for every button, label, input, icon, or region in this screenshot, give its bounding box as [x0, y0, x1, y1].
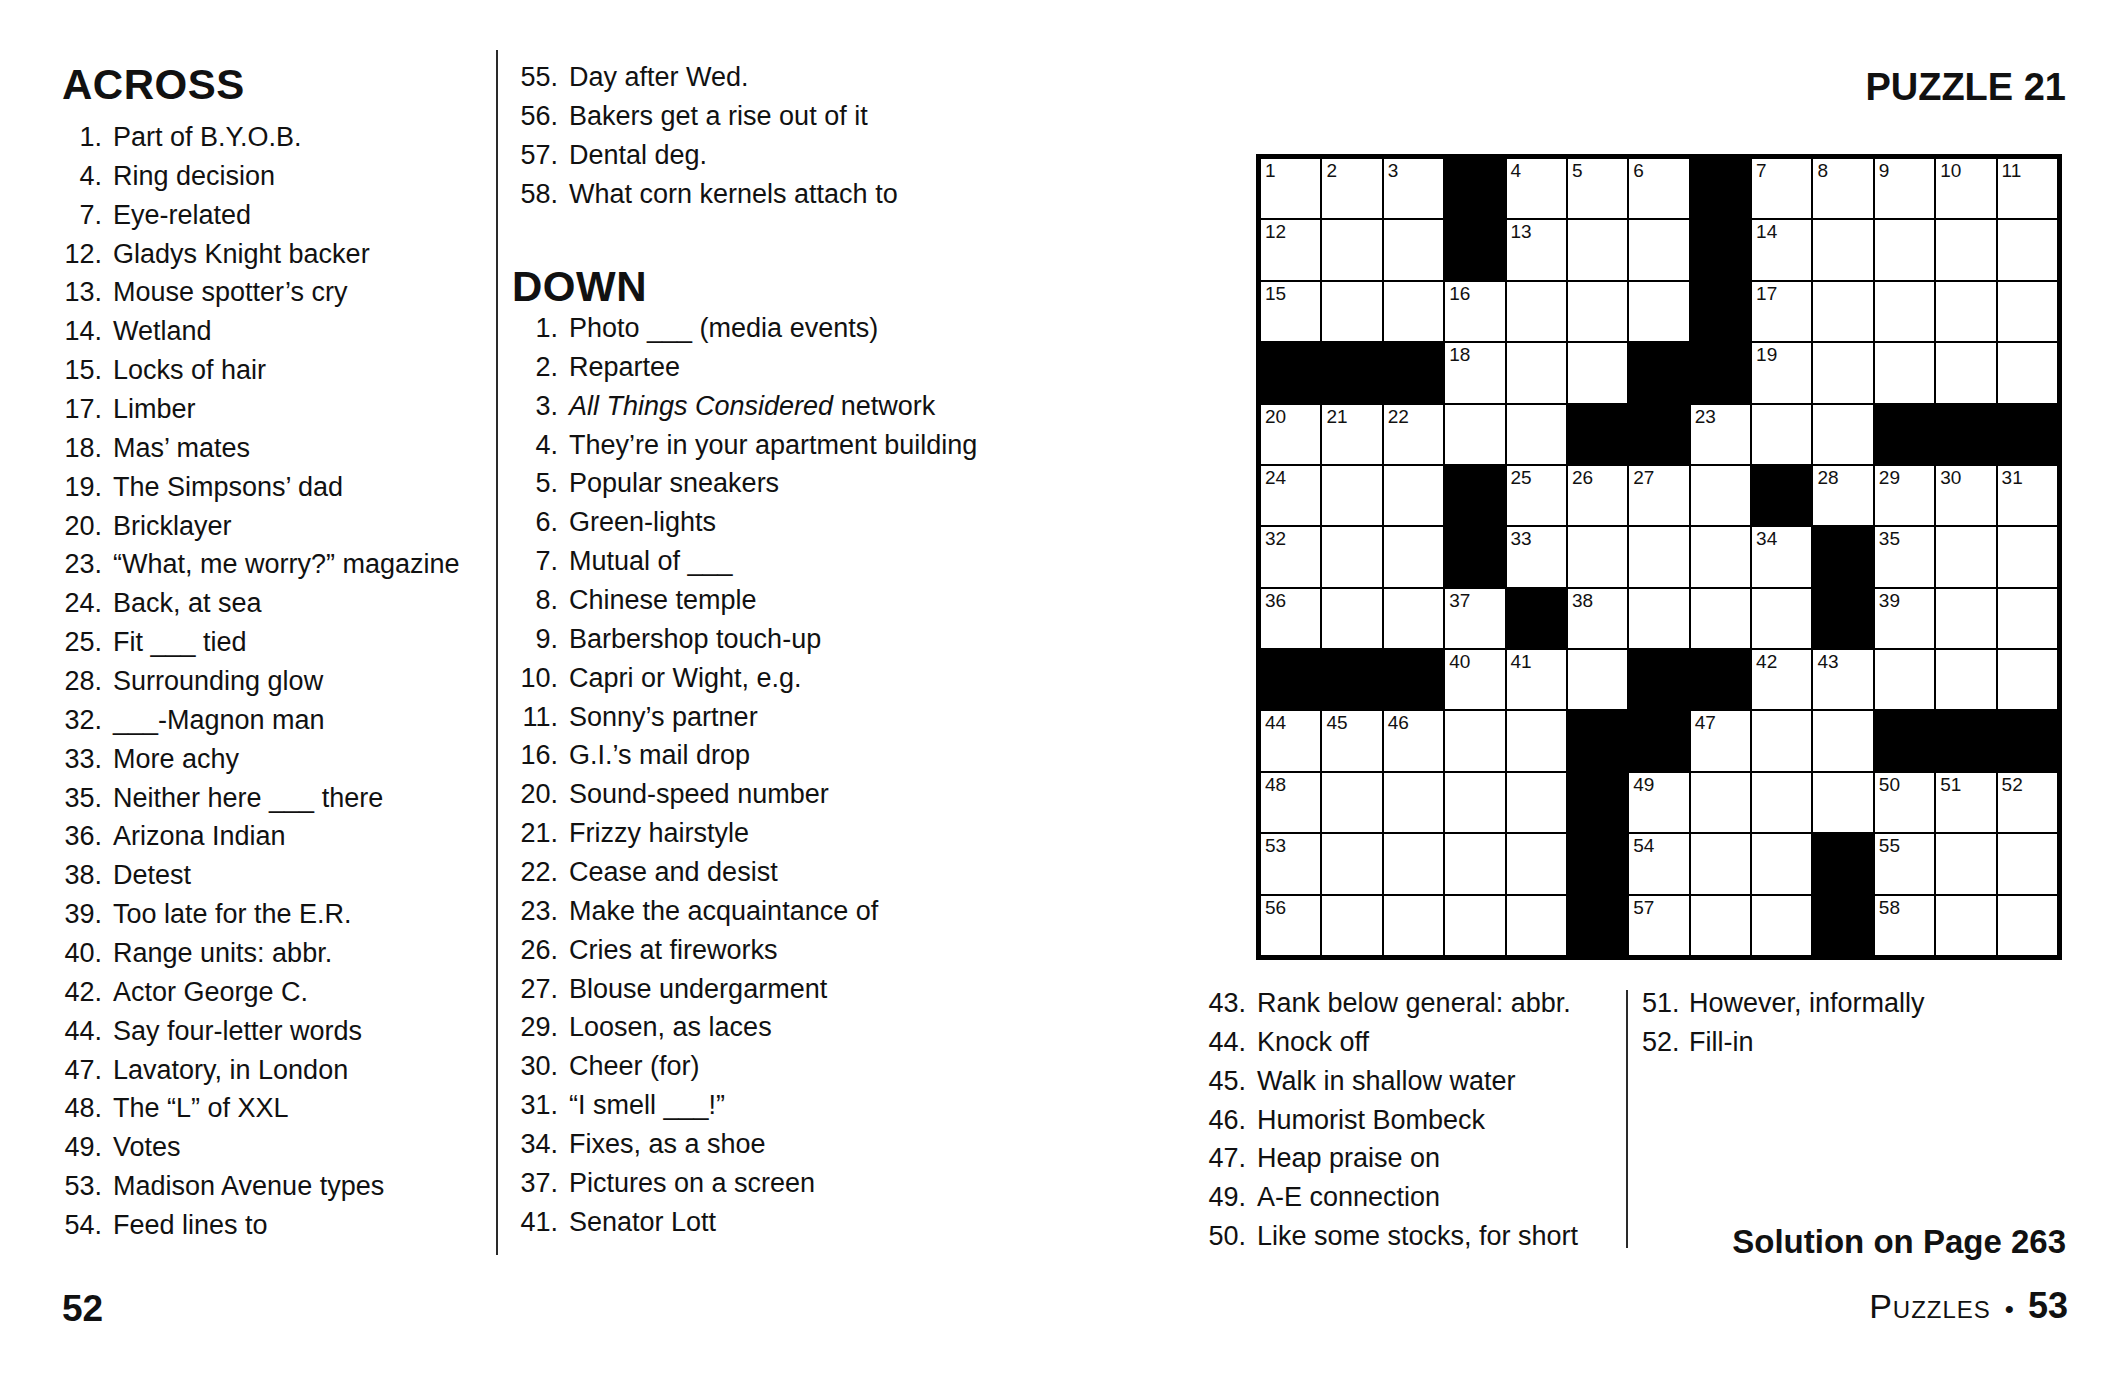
grid-cell-r4c10[interactable] [1812, 342, 1873, 403]
black-cell-r12c10 [1812, 833, 1873, 894]
clue-text: Walk in shallow water [1257, 1062, 1516, 1101]
clue-text: Back, at sea [113, 584, 262, 623]
grid-cell-r10c1[interactable]: 44 [1260, 710, 1321, 771]
grid-cell-r8c11[interactable]: 39 [1874, 588, 1935, 649]
grid-cell-r4c4[interactable]: 18 [1444, 342, 1505, 403]
down-clue-43: 43.Rank below general: abbr. [1200, 984, 1578, 1023]
grid-cell-r3c2[interactable] [1321, 281, 1382, 342]
grid-cell-r6c13[interactable]: 31 [1997, 465, 2058, 526]
grid-cell-r3c12[interactable] [1935, 281, 1996, 342]
down-clue-8: 8.Chinese temple [512, 581, 977, 620]
grid-cell-r13c13[interactable] [1997, 895, 2058, 956]
clue-number: 1. [512, 309, 558, 348]
clue-number: 21. [512, 814, 558, 853]
grid-cell-r7c12[interactable] [1935, 526, 1996, 587]
clue-text: Senator Lott [569, 1203, 716, 1242]
clue-number: 39. [56, 895, 102, 934]
down-clue-37: 37.Pictures on a screen [512, 1164, 977, 1203]
cell-number-38: 38 [1572, 590, 1593, 612]
grid-cell-r5c8[interactable]: 23 [1690, 404, 1751, 465]
grid-cell-r6c8[interactable] [1690, 465, 1751, 526]
grid-cell-r9c12[interactable] [1935, 649, 1996, 710]
grid-cell-r2c13[interactable] [1997, 219, 2058, 280]
grid-cell-r3c5[interactable] [1506, 281, 1567, 342]
grid-cell-r8c9[interactable] [1751, 588, 1812, 649]
grid-cell-r7c9[interactable]: 34 [1751, 526, 1812, 587]
grid-cell-r1c5[interactable]: 4 [1506, 158, 1567, 219]
grid-cell-r3c6[interactable] [1567, 281, 1628, 342]
grid-cell-r1c6[interactable]: 5 [1567, 158, 1628, 219]
grid-cell-r12c11[interactable]: 55 [1874, 833, 1935, 894]
down-clue-31: 31.“I smell ___!” [512, 1086, 977, 1125]
black-cell-r13c6 [1567, 895, 1628, 956]
clue-number: 6. [512, 503, 558, 542]
clue-number: 4. [56, 157, 102, 196]
clue-text: G.I.’s mail drop [569, 736, 750, 775]
across-clue-17: 17.Limber [56, 390, 460, 429]
clue-text: Rank below general: abbr. [1257, 984, 1571, 1023]
grid-cell-r10c8[interactable]: 47 [1690, 710, 1751, 771]
clue-text: Locks of hair [113, 351, 266, 390]
across-clue-38: 38.Detest [56, 856, 460, 895]
clue-number: 49. [1200, 1178, 1246, 1217]
grid-cell-r12c12[interactable] [1935, 833, 1996, 894]
cell-number-49: 49 [1633, 774, 1654, 796]
grid-cell-r3c11[interactable] [1874, 281, 1935, 342]
grid-cell-r7c3[interactable] [1383, 526, 1444, 587]
clue-text: Frizzy hairstyle [569, 814, 749, 853]
clue-number: 33. [56, 740, 102, 779]
cell-number-28: 28 [1817, 467, 1838, 489]
grid-cell-r6c12[interactable]: 30 [1935, 465, 1996, 526]
grid-cell-r7c7[interactable] [1628, 526, 1689, 587]
across-clue-47: 47.Lavatory, in London [56, 1051, 460, 1090]
grid-cell-r11c4[interactable] [1444, 772, 1505, 833]
grid-cell-r5c1[interactable]: 20 [1260, 404, 1321, 465]
clue-text: Barbershop touch-up [569, 620, 821, 659]
clue-text: Neither here ___ there [113, 779, 383, 818]
black-cell-r7c10 [1812, 526, 1873, 587]
grid-cell-r6c11[interactable]: 29 [1874, 465, 1935, 526]
clue-number: 35. [56, 779, 102, 818]
clue-number: 15. [56, 351, 102, 390]
down-clue-23: 23.Make the acquaintance of [512, 892, 977, 931]
puzzle-title: PUZZLE 21 [1865, 68, 2066, 106]
grid-cell-r11c5[interactable] [1506, 772, 1567, 833]
grid-cell-r11c11[interactable]: 50 [1874, 772, 1935, 833]
cell-number-30: 30 [1940, 467, 1961, 489]
grid-cell-r8c4[interactable]: 37 [1444, 588, 1505, 649]
clue-number: 3. [512, 387, 558, 426]
cell-number-6: 6 [1633, 160, 1644, 182]
black-cell-r5c13 [1997, 404, 2058, 465]
grid-cell-r8c13[interactable] [1997, 588, 2058, 649]
clue-number: 37. [512, 1164, 558, 1203]
grid-cell-r5c4[interactable] [1444, 404, 1505, 465]
grid-cell-r11c13[interactable]: 52 [1997, 772, 2058, 833]
grid-cell-r11c9[interactable] [1751, 772, 1812, 833]
cell-number-9: 9 [1879, 160, 1890, 182]
cell-number-12: 12 [1265, 221, 1286, 243]
across-clue-32: 32.___-Magnon man [56, 701, 460, 740]
black-cell-r10c13 [1997, 710, 2058, 771]
black-cell-r5c6 [1567, 404, 1628, 465]
clue-number: 13. [56, 273, 102, 312]
grid-cell-r8c1[interactable]: 36 [1260, 588, 1321, 649]
clue-number: 8. [512, 581, 558, 620]
cell-number-36: 36 [1265, 590, 1286, 612]
clue-number: 43. [1200, 984, 1246, 1023]
grid-cell-r2c1[interactable]: 12 [1260, 219, 1321, 280]
grid-cell-r8c12[interactable] [1935, 588, 1996, 649]
cell-number-40: 40 [1449, 651, 1470, 673]
down-clue-5: 5.Popular sneakers [512, 464, 977, 503]
grid-cell-r12c3[interactable] [1383, 833, 1444, 894]
across-clue-15: 15.Locks of hair [56, 351, 460, 390]
black-cell-r8c5 [1506, 588, 1567, 649]
clue-number: 40. [56, 934, 102, 973]
across-clue-14: 14.Wetland [56, 312, 460, 351]
across-clue-13: 13.Mouse spotter’s cry [56, 273, 460, 312]
grid-cell-r8c6[interactable]: 38 [1567, 588, 1628, 649]
clue-number: 1. [56, 118, 102, 157]
cell-number-54: 54 [1633, 835, 1654, 857]
grid-cell-r10c4[interactable] [1444, 710, 1505, 771]
clue-number: 27. [512, 970, 558, 1009]
clue-number: 32. [56, 701, 102, 740]
down-clue-21: 21.Frizzy hairstyle [512, 814, 977, 853]
grid-cell-r10c9[interactable] [1751, 710, 1812, 771]
across-clue-56: 56.Bakers get a rise out of it [512, 97, 898, 136]
grid-cell-r5c5[interactable] [1506, 404, 1567, 465]
grid-cell-r5c2[interactable]: 21 [1321, 404, 1382, 465]
clue-text: A-E connection [1257, 1178, 1440, 1217]
grid-cell-r9c10[interactable]: 43 [1812, 649, 1873, 710]
clue-text: Limber [113, 390, 196, 429]
black-cell-r9c7 [1628, 649, 1689, 710]
clue-number: 47. [1200, 1139, 1246, 1178]
clue-text: Part of B.Y.O.B. [113, 118, 302, 157]
clue-number: 56. [512, 97, 558, 136]
grid-cell-r13c11[interactable]: 58 [1874, 895, 1935, 956]
clue-number: 5. [512, 464, 558, 503]
cell-number-47: 47 [1695, 712, 1716, 734]
black-cell-r2c4 [1444, 219, 1505, 280]
down-clue-49: 49.A-E connection [1200, 1178, 1578, 1217]
grid-cell-r2c11[interactable] [1874, 219, 1935, 280]
grid-cell-r5c9[interactable] [1751, 404, 1812, 465]
clue-text: Mutual of ___ [569, 542, 733, 581]
grid-cell-r6c6[interactable]: 26 [1567, 465, 1628, 526]
grid-cell-r9c11[interactable] [1874, 649, 1935, 710]
black-cell-r4c2 [1321, 342, 1382, 403]
black-cell-r9c8 [1690, 649, 1751, 710]
down-clue-6: 6.Green-lights [512, 503, 977, 542]
grid-cell-r1c11[interactable]: 9 [1874, 158, 1935, 219]
black-cell-r6c4 [1444, 465, 1505, 526]
grid-cell-r3c4[interactable]: 16 [1444, 281, 1505, 342]
down-clue-47: 47.Heap praise on [1200, 1139, 1578, 1178]
clue-text: Like some stocks, for short [1257, 1217, 1578, 1256]
grid-cell-r2c12[interactable] [1935, 219, 1996, 280]
grid-cell-r6c10[interactable]: 28 [1812, 465, 1873, 526]
grid-cell-r12c4[interactable] [1444, 833, 1505, 894]
grid-cell-r11c1[interactable]: 48 [1260, 772, 1321, 833]
down-clue-list-bottom-right: 51.However, informally52.Fill-in [1642, 984, 1925, 1062]
clue-number: 44. [56, 1012, 102, 1051]
grid-cell-r7c13[interactable] [1997, 526, 2058, 587]
grid-cell-r3c13[interactable] [1997, 281, 2058, 342]
across-clue-18: 18.Mas’ mates [56, 429, 460, 468]
clue-number: 12. [56, 235, 102, 274]
cell-number-55: 55 [1879, 835, 1900, 857]
clue-number: 20. [512, 775, 558, 814]
grid-cell-r13c7[interactable]: 57 [1628, 895, 1689, 956]
clue-number: 18. [56, 429, 102, 468]
grid-cell-r11c2[interactable] [1321, 772, 1382, 833]
grid-cell-r2c10[interactable] [1812, 219, 1873, 280]
cell-number-19: 19 [1756, 344, 1777, 366]
grid-cell-r11c8[interactable] [1690, 772, 1751, 833]
across-clue-58: 58.What corn kernels attach to [512, 175, 898, 214]
clue-text: Arizona Indian [113, 817, 286, 856]
grid-cell-r8c8[interactable] [1690, 588, 1751, 649]
cell-number-23: 23 [1695, 406, 1716, 428]
grid-cell-r11c10[interactable] [1812, 772, 1873, 833]
clue-text: Bricklayer [113, 507, 232, 546]
grid-cell-r4c5[interactable] [1506, 342, 1567, 403]
clue-text: Cries at fireworks [569, 931, 778, 970]
grid-cell-r7c6[interactable] [1567, 526, 1628, 587]
clue-number: 23. [56, 545, 102, 584]
grid-cell-r9c5[interactable]: 41 [1506, 649, 1567, 710]
clue-text: Popular sneakers [569, 464, 779, 503]
grid-cell-r10c2[interactable]: 45 [1321, 710, 1382, 771]
clue-number: 9. [512, 620, 558, 659]
cell-number-22: 22 [1388, 406, 1409, 428]
grid-cell-r12c13[interactable] [1997, 833, 2058, 894]
clue-text: Ring decision [113, 157, 275, 196]
grid-cell-r1c2[interactable]: 2 [1321, 158, 1382, 219]
grid-cell-r6c2[interactable] [1321, 465, 1382, 526]
clue-text: Day after Wed. [569, 58, 749, 97]
across-clue-19: 19.The Simpsons’ dad [56, 468, 460, 507]
clue-number: 26. [512, 931, 558, 970]
grid-cell-r3c1[interactable]: 15 [1260, 281, 1321, 342]
across-clue-12: 12.Gladys Knight backer [56, 235, 460, 274]
bullet-separator: • [2005, 1296, 2014, 1322]
grid-cell-r13c5[interactable] [1506, 895, 1567, 956]
grid-cell-r3c9[interactable]: 17 [1751, 281, 1812, 342]
grid-cell-r2c2[interactable] [1321, 219, 1382, 280]
grid-cell-r7c11[interactable]: 35 [1874, 526, 1935, 587]
grid-cell-r10c3[interactable]: 46 [1383, 710, 1444, 771]
grid-cell-r2c5[interactable]: 13 [1506, 219, 1567, 280]
black-cell-r1c4 [1444, 158, 1505, 219]
clue-text: Gladys Knight backer [113, 235, 370, 274]
grid-cell-r1c3[interactable]: 3 [1383, 158, 1444, 219]
grid-cell-r3c10[interactable] [1812, 281, 1873, 342]
grid-cell-r10c10[interactable] [1812, 710, 1873, 771]
grid-cell-r7c2[interactable] [1321, 526, 1382, 587]
grid-cell-r11c3[interactable] [1383, 772, 1444, 833]
clue-text: Feed lines to [113, 1206, 268, 1245]
cell-number-25: 25 [1511, 467, 1532, 489]
black-cell-r4c7 [1628, 342, 1689, 403]
cell-number-27: 27 [1633, 467, 1654, 489]
clue-number: 4. [512, 426, 558, 465]
grid-cell-r9c4[interactable]: 40 [1444, 649, 1505, 710]
grid-cell-r12c7[interactable]: 54 [1628, 833, 1689, 894]
grid-cell-r12c2[interactable] [1321, 833, 1382, 894]
clue-text: Heap praise on [1257, 1139, 1440, 1178]
clue-text: More achy [113, 740, 239, 779]
solution-note: Solution on Page 263 [1732, 1222, 2066, 1262]
down-clue-27: 27.Blouse undergarment [512, 970, 977, 1009]
grid-cell-r9c6[interactable] [1567, 649, 1628, 710]
clue-text: Fill-in [1689, 1023, 1754, 1062]
grid-cell-r3c3[interactable] [1383, 281, 1444, 342]
grid-cell-r2c9[interactable]: 14 [1751, 219, 1812, 280]
cell-number-56: 56 [1265, 897, 1286, 919]
black-cell-r9c1 [1260, 649, 1321, 710]
grid-cell-r13c3[interactable] [1383, 895, 1444, 956]
clue-number: 16. [512, 736, 558, 775]
grid-cell-r11c12[interactable]: 51 [1935, 772, 1996, 833]
grid-cell-r4c13[interactable] [1997, 342, 2058, 403]
grid-cell-r1c9[interactable]: 7 [1751, 158, 1812, 219]
grid-cell-r9c13[interactable] [1997, 649, 2058, 710]
clue-text: What corn kernels attach to [569, 175, 898, 214]
grid-cell-r12c8[interactable] [1690, 833, 1751, 894]
grid-cell-r8c2[interactable] [1321, 588, 1382, 649]
grid-cell-r13c12[interactable] [1935, 895, 1996, 956]
grid-cell-r2c3[interactable] [1383, 219, 1444, 280]
grid-cell-r13c1[interactable]: 56 [1260, 895, 1321, 956]
across-clue-53: 53.Madison Avenue types [56, 1167, 460, 1206]
grid-cell-r12c1[interactable]: 53 [1260, 833, 1321, 894]
clue-number: 46. [1200, 1101, 1246, 1140]
across-clue-list-col2: 55.Day after Wed.56.Bakers get a rise ou… [512, 58, 898, 213]
grid-cell-r6c7[interactable]: 27 [1628, 465, 1689, 526]
grid-cell-r1c10[interactable]: 8 [1812, 158, 1873, 219]
clue-text: Photo ___ (media events) [569, 309, 878, 348]
cell-number-2: 2 [1326, 160, 1337, 182]
black-cell-r12c6 [1567, 833, 1628, 894]
grid-cell-r1c7[interactable]: 6 [1628, 158, 1689, 219]
grid-cell-r1c1[interactable]: 1 [1260, 158, 1321, 219]
across-clue-35: 35.Neither here ___ there [56, 779, 460, 818]
grid-cell-r8c7[interactable] [1628, 588, 1689, 649]
across-clue-list-col1: 1.Part of B.Y.O.B.4.Ring decision7.Eye-r… [56, 118, 460, 1245]
grid-cell-r12c9[interactable] [1751, 833, 1812, 894]
clue-number: 20. [56, 507, 102, 546]
clue-text: Madison Avenue types [113, 1167, 384, 1206]
grid-cell-r2c7[interactable] [1628, 219, 1689, 280]
clue-text: Lavatory, in London [113, 1051, 348, 1090]
down-clue-11: 11.Sonny’s partner [512, 698, 977, 737]
across-clue-54: 54.Feed lines to [56, 1206, 460, 1245]
grid-cell-r1c12[interactable]: 10 [1935, 158, 1996, 219]
clue-text: Fit ___ tied [113, 623, 247, 662]
grid-cell-r4c11[interactable] [1874, 342, 1935, 403]
cell-number-33: 33 [1511, 528, 1532, 550]
grid-cell-r13c4[interactable] [1444, 895, 1505, 956]
grid-cell-r11c7[interactable]: 49 [1628, 772, 1689, 833]
grid-cell-r13c9[interactable] [1751, 895, 1812, 956]
cell-number-42: 42 [1756, 651, 1777, 673]
clue-number: 2. [512, 348, 558, 387]
down-clue-26: 26.Cries at fireworks [512, 931, 977, 970]
clue-text: Humorist Bombeck [1257, 1101, 1485, 1140]
grid-cell-r7c1[interactable]: 32 [1260, 526, 1321, 587]
grid-cell-r8c3[interactable] [1383, 588, 1444, 649]
clue-text: Make the acquaintance of [569, 892, 878, 931]
clue-number: 7. [512, 542, 558, 581]
across-clue-1: 1.Part of B.Y.O.B. [56, 118, 460, 157]
grid-cell-r12c5[interactable] [1506, 833, 1567, 894]
clue-number: 42. [56, 973, 102, 1012]
black-cell-r4c3 [1383, 342, 1444, 403]
down-clue-9: 9.Barbershop touch-up [512, 620, 977, 659]
clue-text: Detest [113, 856, 191, 895]
grid-cell-r10c5[interactable] [1506, 710, 1567, 771]
clue-text: “What, me worry?” magazine [113, 545, 460, 584]
clue-text: Cheer (for) [569, 1047, 700, 1086]
grid-cell-r5c3[interactable]: 22 [1383, 404, 1444, 465]
grid-cell-r6c1[interactable]: 24 [1260, 465, 1321, 526]
clue-text: Green-lights [569, 503, 716, 542]
grid-cell-r6c3[interactable] [1383, 465, 1444, 526]
grid-cell-r7c8[interactable] [1690, 526, 1751, 587]
grid-cell-r13c2[interactable] [1321, 895, 1382, 956]
clue-number: 34. [512, 1125, 558, 1164]
clue-text: However, informally [1689, 984, 1925, 1023]
cell-number-41: 41 [1511, 651, 1532, 673]
clue-number: 51. [1642, 984, 1678, 1023]
cell-number-57: 57 [1633, 897, 1654, 919]
grid-cell-r4c6[interactable] [1567, 342, 1628, 403]
grid-cell-r13c8[interactable] [1690, 895, 1751, 956]
grid-cell-r9c9[interactable]: 42 [1751, 649, 1812, 710]
clue-number: 23. [512, 892, 558, 931]
grid-cell-r4c9[interactable]: 19 [1751, 342, 1812, 403]
grid-cell-r6c5[interactable]: 25 [1506, 465, 1567, 526]
grid-cell-r5c10[interactable] [1812, 404, 1873, 465]
down-clue-41: 41.Senator Lott [512, 1203, 977, 1242]
black-cell-r5c12 [1935, 404, 1996, 465]
clue-text: ___-Magnon man [113, 701, 325, 740]
clue-number: 36. [56, 817, 102, 856]
clue-number: 7. [56, 196, 102, 235]
cell-number-4: 4 [1511, 160, 1522, 182]
clue-text: The “L” of XXL [113, 1089, 289, 1128]
clue-number: 30. [512, 1047, 558, 1086]
grid-cell-r1c13[interactable]: 11 [1997, 158, 2058, 219]
black-cell-r7c4 [1444, 526, 1505, 587]
across-clue-33: 33.More achy [56, 740, 460, 779]
cell-number-29: 29 [1879, 467, 1900, 489]
grid-cell-r2c6[interactable] [1567, 219, 1628, 280]
clue-number: 52. [1642, 1023, 1678, 1062]
clue-number: 45. [1200, 1062, 1246, 1101]
clue-text: All Things Considered network [569, 387, 935, 426]
across-clue-55: 55.Day after Wed. [512, 58, 898, 97]
clue-text: Surrounding glow [113, 662, 323, 701]
grid-cell-r4c12[interactable] [1935, 342, 1996, 403]
grid-cell-r7c5[interactable]: 33 [1506, 526, 1567, 587]
grid-cell-r3c7[interactable] [1628, 281, 1689, 342]
